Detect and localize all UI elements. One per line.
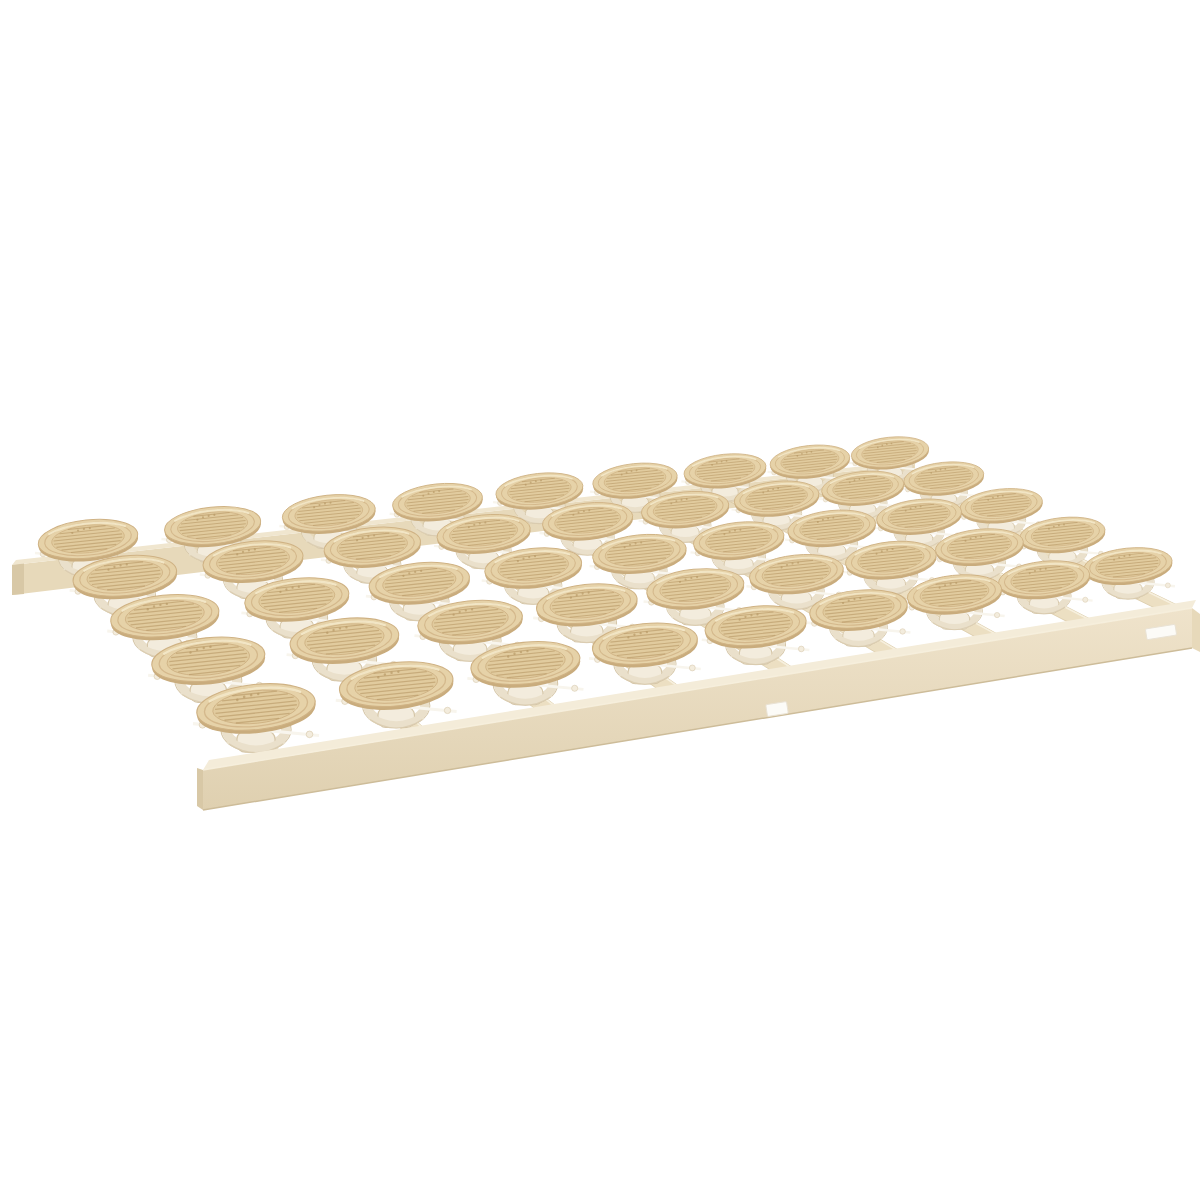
back-rail-end-cap bbox=[12, 564, 24, 596]
front-rail-left-cap bbox=[197, 768, 203, 810]
rail-sticker-1 bbox=[766, 701, 789, 716]
bed-base-product-photo bbox=[0, 0, 1200, 1200]
product-photo-stage bbox=[0, 0, 1200, 1200]
front-rail-right-cap bbox=[1192, 608, 1200, 652]
